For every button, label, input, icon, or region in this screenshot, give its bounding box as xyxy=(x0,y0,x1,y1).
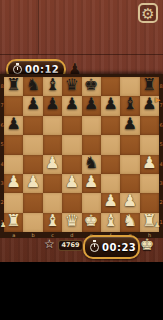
wood-seam xyxy=(0,54,163,55)
piece-black-rook[interactable]: ♜ xyxy=(140,75,159,94)
app-screen: ⚙ 00:12 ♟ ♜♞♝♛♚♜♟♟♟♟♟♝♟♟♟♟♞♟♟♟♟♟♟♟♜♝♛♚♝♞… xyxy=(0,0,163,320)
square-f5[interactable] xyxy=(101,135,120,154)
piece-black-bishop[interactable]: ♝ xyxy=(43,75,62,94)
chess-board-frame: ♜♞♝♛♚♜♟♟♟♟♟♝♟♟♟♟♞♟♟♟♟♟♟♟♜♝♛♚♝♞♜ 87654321… xyxy=(0,74,163,238)
piece-black-knight[interactable]: ♞ xyxy=(23,75,42,94)
score-value: 4769 xyxy=(58,240,83,251)
piece-white-bishop[interactable]: ♝ xyxy=(43,210,62,229)
coord-label: b xyxy=(23,233,42,239)
square-b2[interactable] xyxy=(23,193,42,212)
square-e6[interactable] xyxy=(82,116,101,135)
wood-seam xyxy=(38,0,39,54)
coord-label: 4 xyxy=(0,155,4,174)
white-player-piece-icon: ♚ xyxy=(140,237,154,252)
square-b7[interactable]: ♟ xyxy=(23,96,42,115)
coord-label: 7 xyxy=(0,96,4,115)
square-e3[interactable]: ♟ xyxy=(82,174,101,193)
piece-white-pawn[interactable]: ♟ xyxy=(120,191,139,210)
white-timer-pill: 00:23 xyxy=(83,235,140,259)
piece-white-pawn[interactable]: ♟ xyxy=(140,152,159,171)
piece-white-bishop[interactable]: ♝ xyxy=(101,210,120,229)
piece-black-king[interactable]: ♚ xyxy=(82,75,101,94)
piece-white-pawn[interactable]: ♟ xyxy=(43,152,62,171)
move-arrow-icon: ▶ xyxy=(155,96,160,104)
coord-label: 2 xyxy=(0,193,4,212)
square-c6[interactable] xyxy=(43,116,62,135)
square-f7[interactable]: ♟ xyxy=(101,96,120,115)
chess-board[interactable]: ♜♞♝♛♚♜♟♟♟♟♟♝♟♟♟♟♞♟♟♟♟♟♟♟♜♝♛♚♝♞♜ xyxy=(4,77,159,232)
square-a8[interactable]: ♜ xyxy=(4,77,23,96)
stopwatch-icon xyxy=(13,65,22,74)
piece-black-pawn[interactable]: ♟ xyxy=(4,113,23,132)
coord-label: a xyxy=(4,233,23,239)
square-b1[interactable] xyxy=(23,213,42,232)
piece-white-pawn[interactable]: ♟ xyxy=(101,191,120,210)
piece-black-pawn[interactable]: ♟ xyxy=(62,94,81,113)
square-b3[interactable]: ♟ xyxy=(23,174,42,193)
piece-black-pawn[interactable]: ♟ xyxy=(43,94,62,113)
square-d1[interactable]: ♛ xyxy=(62,213,81,232)
square-g4[interactable] xyxy=(120,155,139,174)
bottom-letterbox xyxy=(0,262,163,320)
frame-ornament-icon: ♟ xyxy=(154,222,160,229)
piece-white-pawn[interactable]: ♟ xyxy=(82,171,101,190)
square-g5[interactable] xyxy=(120,135,139,154)
piece-white-knight[interactable]: ♞ xyxy=(120,210,139,229)
square-a3[interactable]: ♟ xyxy=(4,174,23,193)
square-c4[interactable]: ♟ xyxy=(43,155,62,174)
square-g1[interactable]: ♞ xyxy=(120,213,139,232)
piece-white-king[interactable]: ♚ xyxy=(82,210,101,229)
piece-black-pawn[interactable]: ♟ xyxy=(101,94,120,113)
square-f1[interactable]: ♝ xyxy=(101,213,120,232)
square-e1[interactable]: ♚ xyxy=(82,213,101,232)
square-b6[interactable] xyxy=(23,116,42,135)
piece-black-bishop[interactable]: ♝ xyxy=(120,94,139,113)
piece-black-queen[interactable]: ♛ xyxy=(62,75,81,94)
square-a1[interactable]: ♜ xyxy=(4,213,23,232)
square-d3[interactable]: ♟ xyxy=(62,174,81,193)
square-c3[interactable] xyxy=(43,174,62,193)
square-d6[interactable] xyxy=(62,116,81,135)
square-g6[interactable]: ♟ xyxy=(120,116,139,135)
coord-label: 5 xyxy=(159,135,163,154)
piece-white-pawn[interactable]: ♟ xyxy=(4,171,23,190)
star-icon: ☆ xyxy=(44,238,55,251)
gear-icon[interactable]: ⚙ xyxy=(138,3,158,23)
coord-label: 6 xyxy=(159,116,163,135)
piece-white-pawn[interactable]: ♟ xyxy=(23,171,42,190)
piece-black-pawn[interactable]: ♟ xyxy=(120,113,139,132)
square-a6[interactable]: ♟ xyxy=(4,116,23,135)
coord-label: d xyxy=(62,233,81,239)
square-f4[interactable] xyxy=(101,155,120,174)
square-e7[interactable]: ♟ xyxy=(82,96,101,115)
square-c7[interactable]: ♟ xyxy=(43,96,62,115)
white-timer-value: 00:23 xyxy=(102,242,136,253)
square-c1[interactable]: ♝ xyxy=(43,213,62,232)
coord-label: 4 xyxy=(159,155,163,174)
piece-black-rook[interactable]: ♜ xyxy=(4,75,23,94)
square-a5[interactable] xyxy=(4,135,23,154)
square-d5[interactable] xyxy=(62,135,81,154)
piece-black-knight[interactable]: ♞ xyxy=(82,152,101,171)
frame-ornament-icon: ♟ xyxy=(0,222,6,229)
coord-label: 8 xyxy=(159,77,163,96)
coord-label: 5 xyxy=(0,135,4,154)
piece-white-pawn[interactable]: ♟ xyxy=(62,171,81,190)
stopwatch-icon xyxy=(90,243,99,252)
square-f6[interactable] xyxy=(101,116,120,135)
square-d7[interactable]: ♟ xyxy=(62,96,81,115)
coord-label: 3 xyxy=(159,174,163,193)
coord-label: 8 xyxy=(0,77,4,96)
square-h4[interactable]: ♟ xyxy=(140,155,159,174)
square-h6[interactable] xyxy=(140,116,159,135)
coord-label: 2 xyxy=(159,193,163,212)
piece-white-queen[interactable]: ♛ xyxy=(62,210,81,229)
rank-labels-left: 87654321 xyxy=(0,77,4,232)
coord-label: 6 xyxy=(0,116,4,135)
square-h3[interactable] xyxy=(140,174,159,193)
coord-label: 3 xyxy=(0,174,4,193)
square-b5[interactable] xyxy=(23,135,42,154)
piece-black-pawn[interactable]: ♟ xyxy=(82,94,101,113)
piece-black-pawn[interactable]: ♟ xyxy=(23,94,42,113)
piece-white-rook[interactable]: ♜ xyxy=(4,210,23,229)
